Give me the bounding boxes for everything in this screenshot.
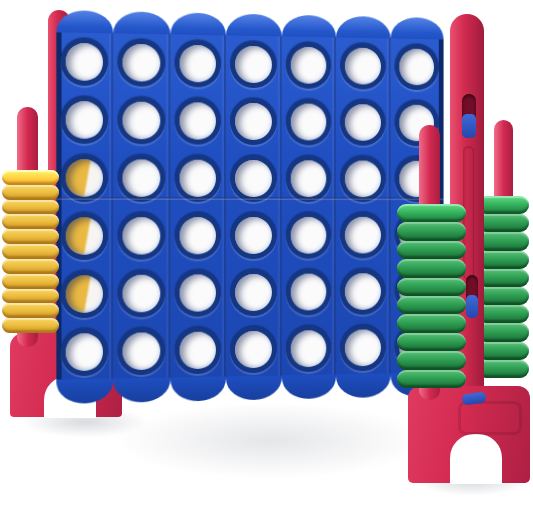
green-disc[interactable]: [397, 204, 466, 222]
green-disc[interactable]: [477, 214, 529, 232]
board-cell[interactable]: [282, 207, 337, 264]
board-hole: [340, 268, 385, 315]
board-cell[interactable]: [114, 207, 171, 265]
lower-locking-clip[interactable]: [466, 295, 478, 318]
board-hole: [230, 155, 276, 202]
board-assembly: [56, 10, 443, 404]
board-cell[interactable]: [282, 320, 337, 378]
yellow-disc[interactable]: [2, 244, 59, 259]
green-disc[interactable]: [477, 232, 529, 250]
board-hole: [230, 98, 276, 145]
board-hole: [61, 38, 109, 87]
board-hole: [174, 40, 221, 88]
board-cell[interactable]: [336, 263, 390, 320]
yellow-disc[interactable]: [2, 229, 59, 244]
board-cell[interactable]: [336, 207, 390, 263]
board-hole: [230, 326, 276, 374]
board-scallop: [282, 375, 337, 400]
green-disc[interactable]: [397, 370, 466, 388]
board-cell[interactable]: [226, 321, 281, 379]
board-cell[interactable]: [170, 264, 226, 322]
board-cell[interactable]: [282, 93, 337, 150]
yellow-disc-stack: [2, 170, 59, 333]
board-hole: [61, 328, 109, 377]
board-cell[interactable]: [56, 207, 113, 265]
board-fold-seam: [56, 197, 443, 200]
board-cell[interactable]: [226, 207, 281, 264]
right-leg-recess-panel: [458, 401, 522, 435]
green-disc[interactable]: [477, 269, 529, 287]
green-disc[interactable]: [397, 351, 466, 369]
yellow-disc[interactable]: [2, 170, 59, 185]
board-hole: [286, 325, 332, 372]
green-disc[interactable]: [477, 287, 529, 305]
yellow-disc[interactable]: [2, 185, 59, 200]
board-hole: [286, 212, 332, 259]
upper-locking-clip[interactable]: [462, 114, 476, 138]
yellow-disc[interactable]: [2, 274, 59, 289]
board-hole: [340, 99, 385, 146]
board-hole: [174, 269, 221, 317]
board-hole: [230, 212, 276, 259]
board-cell[interactable]: [114, 33, 171, 92]
board-cell[interactable]: [170, 321, 226, 379]
board-hole: [118, 154, 165, 202]
yellow-disc[interactable]: [2, 318, 59, 333]
board-scallop: [336, 374, 390, 399]
board-hole: [118, 96, 165, 144]
board-hole: [174, 155, 221, 202]
board-scallop: [170, 377, 226, 402]
green-disc[interactable]: [397, 278, 466, 296]
board-cell[interactable]: [56, 32, 113, 91]
board-scallop: [56, 379, 113, 405]
right-leg-arch-cutout: [450, 434, 502, 484]
board-cell[interactable]: [390, 39, 443, 96]
board-cell[interactable]: [114, 322, 171, 381]
green-disc[interactable]: [397, 314, 466, 332]
product-photo-scene: [0, 0, 533, 505]
board-cell[interactable]: [170, 34, 226, 92]
board-cell[interactable]: [336, 38, 390, 95]
board-hole: [286, 155, 332, 202]
board-hole: [340, 155, 385, 202]
board-scallop: [114, 378, 171, 403]
green-disc[interactable]: [477, 323, 529, 341]
board-scallop: [226, 375, 281, 400]
green-disc[interactable]: [477, 305, 529, 323]
green-disc[interactable]: [397, 241, 466, 259]
board-cell[interactable]: [56, 91, 113, 150]
green-disc-stack-front: [397, 204, 466, 388]
board-hole: [286, 268, 332, 315]
board-cell[interactable]: [56, 265, 113, 324]
yellow-disc[interactable]: [2, 303, 59, 318]
board-hole: [340, 324, 385, 371]
board-cell[interactable]: [282, 37, 337, 95]
board-hole: [230, 269, 276, 316]
green-disc[interactable]: [397, 259, 466, 277]
board-cell[interactable]: [170, 92, 226, 150]
board-cell[interactable]: [226, 264, 281, 322]
board-cell[interactable]: [56, 323, 113, 382]
board-cell[interactable]: [226, 35, 281, 93]
yellow-disc[interactable]: [2, 214, 59, 229]
board-hole: [340, 43, 385, 90]
board-hole: [61, 96, 109, 144]
yellow-disc[interactable]: [2, 259, 59, 274]
green-disc-stack-back: [477, 196, 529, 378]
yellow-disc[interactable]: [2, 200, 59, 215]
green-disc[interactable]: [397, 296, 466, 314]
yellow-disc[interactable]: [2, 289, 59, 304]
board-cell[interactable]: [282, 263, 337, 320]
board-hole: [230, 41, 276, 89]
board-cell[interactable]: [336, 319, 390, 376]
green-disc[interactable]: [397, 222, 466, 240]
board-cell[interactable]: [336, 94, 390, 151]
board-hole: [340, 212, 385, 259]
board-hole: [61, 154, 109, 202]
green-disc[interactable]: [477, 251, 529, 269]
board-hole: [174, 326, 221, 374]
board-hole: [61, 270, 109, 318]
board-hole: [118, 270, 165, 318]
green-disc[interactable]: [397, 333, 466, 351]
green-disc[interactable]: [477, 196, 529, 214]
green-disc[interactable]: [477, 360, 529, 378]
board-hole: [118, 212, 165, 260]
board-hole: [61, 212, 109, 260]
board-cell[interactable]: [226, 93, 281, 151]
board-hole: [394, 44, 439, 91]
board-hole: [286, 42, 332, 89]
board-hole: [174, 212, 221, 259]
board-cell[interactable]: [170, 207, 226, 265]
board-hole: [118, 39, 165, 87]
board-cell[interactable]: [114, 265, 171, 323]
board-cell[interactable]: [114, 91, 171, 149]
board-hole: [118, 327, 165, 375]
connect-four-board: [56, 32, 443, 381]
board-hole: [174, 97, 221, 145]
board-hole: [286, 98, 332, 145]
green-disc[interactable]: [477, 342, 529, 360]
